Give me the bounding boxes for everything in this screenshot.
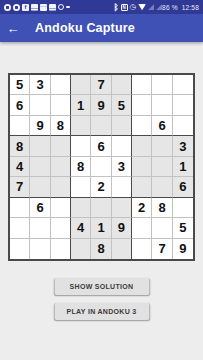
cell-r9c2 <box>30 239 50 259</box>
cell-r8c1 <box>10 218 30 238</box>
cell-r7c8: 8 <box>152 198 172 218</box>
signal-dim-icon-1 <box>148 4 154 10</box>
cell-r6c7 <box>132 177 152 197</box>
cell-r3c9 <box>173 116 193 136</box>
chat-notification-icon <box>4 4 11 11</box>
cell-r8c2 <box>30 218 50 238</box>
cell-r4c6 <box>112 136 132 156</box>
cell-r3c4 <box>71 116 91 136</box>
cell-r5c1: 4 <box>10 157 30 177</box>
cell-r3c8: 6 <box>152 116 172 136</box>
cell-r7c7: 2 <box>132 198 152 218</box>
signal-dim-icon-2 <box>156 4 162 10</box>
cell-r4c7 <box>132 136 152 156</box>
cell-r2c7 <box>132 95 152 115</box>
cell-r2c5: 9 <box>91 95 111 115</box>
status-bar-notification-icons: f <box>4 4 70 11</box>
cell-r6c1: 7 <box>10 177 30 197</box>
cell-r9c9: 9 <box>173 239 193 259</box>
cell-r5c2 <box>30 157 50 177</box>
cell-r5c6: 3 <box>112 157 132 177</box>
cell-r9c1 <box>10 239 30 259</box>
chat-notification-icon-2 <box>13 4 20 11</box>
cell-r6c3 <box>51 177 71 197</box>
cell-r4c5: 6 <box>91 136 111 156</box>
cell-r5c5 <box>91 157 111 177</box>
email-notification-icon <box>40 4 47 11</box>
cell-r4c4 <box>71 136 91 156</box>
cell-r4c1: 8 <box>10 136 30 156</box>
cell-r9c4 <box>71 239 91 259</box>
cell-r1c7 <box>132 75 152 95</box>
cell-r1c8 <box>152 75 172 95</box>
show-solution-button[interactable]: SHOW SOLUTION <box>54 278 149 295</box>
cell-r1c6 <box>112 75 132 95</box>
cell-r8c5: 1 <box>91 218 111 238</box>
cell-r9c6 <box>112 239 132 259</box>
cell-r4c3 <box>51 136 71 156</box>
cell-r9c3 <box>51 239 71 259</box>
cell-r8c3 <box>51 218 71 238</box>
facebook-notification-icon: f <box>22 4 29 11</box>
cell-r1c3 <box>51 75 71 95</box>
app-bar: ← Andoku Capture <box>0 14 203 42</box>
cell-r1c9 <box>173 75 193 95</box>
cell-r6c9: 6 <box>173 177 193 197</box>
cell-r5c7 <box>132 157 152 177</box>
cell-r2c3 <box>51 95 71 115</box>
cell-r3c5 <box>91 116 111 136</box>
cell-r7c4 <box>71 198 91 218</box>
cell-r8c7 <box>132 218 152 238</box>
cell-r7c5 <box>91 198 111 218</box>
battery-percent: 86 % <box>162 4 178 11</box>
minus-notification-icon <box>66 6 70 8</box>
cell-r5c9: 1 <box>173 157 193 177</box>
cell-r2c6: 5 <box>112 95 132 115</box>
cell-r2c2 <box>30 95 50 115</box>
cell-r2c4: 1 <box>71 95 91 115</box>
status-bar: f ᛒN◷ 86 % 12:58 <box>0 0 203 14</box>
cell-r6c8 <box>152 177 172 197</box>
page-title: Andoku Capture <box>35 21 135 35</box>
andoku-capture-screen: f ᛒN◷ 86 % 12:58 ← Andoku Capture 537619… <box>0 0 203 360</box>
cell-r2c9 <box>173 95 193 115</box>
cell-r2c1: 6 <box>10 95 30 115</box>
cell-r3c3: 8 <box>51 116 71 136</box>
cell-r7c9 <box>173 198 193 218</box>
cell-r8c6: 9 <box>112 218 132 238</box>
cell-r6c2 <box>30 177 50 197</box>
app-notification-icon <box>49 4 56 11</box>
cell-r7c3 <box>51 198 71 218</box>
cell-r4c2 <box>30 136 50 156</box>
cell-r5c8 <box>152 157 172 177</box>
cell-r5c4: 8 <box>71 157 91 177</box>
cell-r3c6 <box>112 116 132 136</box>
cell-r5c3 <box>51 157 71 177</box>
bluetooth-icon: ᛒ <box>113 3 118 12</box>
gallery-notification-icon <box>31 4 38 11</box>
cell-r2c8 <box>152 95 172 115</box>
cell-r8c9: 5 <box>173 218 193 238</box>
cell-r3c7 <box>132 116 152 136</box>
cell-r7c1 <box>10 198 30 218</box>
cell-r9c7 <box>132 239 152 259</box>
back-arrow-icon[interactable]: ← <box>0 21 26 36</box>
wifi-icon <box>138 4 146 11</box>
cell-r9c5: 8 <box>91 239 111 259</box>
cell-r8c4: 4 <box>71 218 91 238</box>
cell-r1c1: 5 <box>10 75 30 95</box>
cell-r3c1 <box>10 116 30 136</box>
cell-r8c8 <box>152 218 172 238</box>
cell-r7c6 <box>112 198 132 218</box>
sudoku-grid: 537619598686348317266284195879 <box>8 73 195 261</box>
nfc-icon: N <box>121 4 128 11</box>
cell-r4c8 <box>152 136 172 156</box>
cell-r6c5: 2 <box>91 177 111 197</box>
photos-notification-icon <box>58 4 64 10</box>
cell-r3c2: 9 <box>30 116 50 136</box>
cell-r1c4 <box>71 75 91 95</box>
cell-r6c4 <box>71 177 91 197</box>
cell-r1c2: 3 <box>30 75 50 95</box>
cell-r4c9: 3 <box>173 136 193 156</box>
status-bar-system-icons: ᛒN◷ <box>113 3 162 12</box>
play-in-andoku-button[interactable]: PLAY IN ANDOKU 3 <box>54 303 149 320</box>
clock-time: 12:58 <box>182 4 199 11</box>
alarm-icon: ◷ <box>130 3 137 11</box>
cell-r1c5: 7 <box>91 75 111 95</box>
cell-r6c6 <box>112 177 132 197</box>
cell-r9c8: 7 <box>152 239 172 259</box>
cell-r7c2: 6 <box>30 198 50 218</box>
